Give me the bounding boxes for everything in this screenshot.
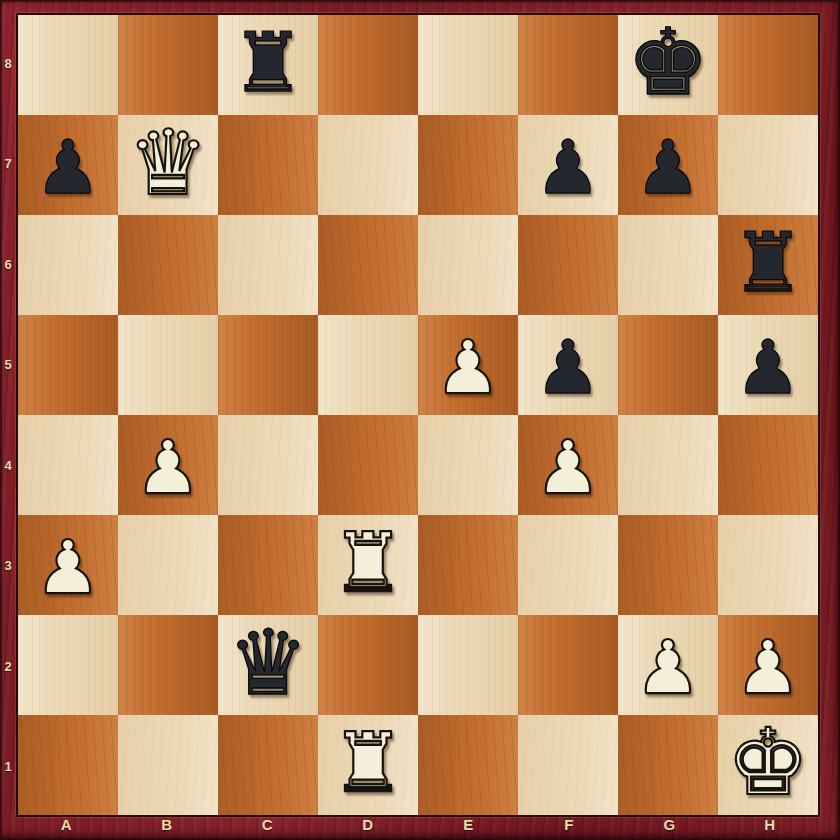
square-e6[interactable] [418, 215, 518, 315]
square-e8[interactable] [418, 15, 518, 115]
square-f2[interactable] [518, 615, 618, 715]
chess-board-frame: 87654321 ABCDEFGH ♜♚♟♛♟♟♜♟♟♟♟♟♟♜♛♟♟♜♚ [0, 0, 840, 840]
square-d4[interactable] [318, 415, 418, 515]
square-f4[interactable]: ♟ [518, 415, 618, 515]
square-c2[interactable]: ♛ [218, 615, 318, 715]
square-c8[interactable]: ♜ [218, 15, 318, 115]
square-f3[interactable] [518, 515, 618, 615]
piece-white-pawn-e5[interactable]: ♟ [435, 330, 501, 404]
square-a8[interactable] [18, 15, 118, 115]
rank-labels: 87654321 [0, 13, 16, 817]
square-b8[interactable] [118, 15, 218, 115]
piece-black-king-g8[interactable]: ♚ [627, 17, 709, 109]
square-h4[interactable] [718, 415, 818, 515]
square-d1[interactable]: ♜ [318, 715, 418, 815]
square-d2[interactable] [318, 615, 418, 715]
square-b7[interactable]: ♛ [118, 115, 218, 215]
square-c3[interactable] [218, 515, 318, 615]
piece-white-queen-b7[interactable]: ♛ [128, 118, 209, 208]
square-f6[interactable] [518, 215, 618, 315]
square-h6[interactable]: ♜ [718, 215, 818, 315]
square-e4[interactable] [418, 415, 518, 515]
rank-label-6: 6 [0, 214, 16, 315]
square-c6[interactable] [218, 215, 318, 315]
piece-white-pawn-f4[interactable]: ♟ [535, 430, 601, 504]
square-h7[interactable] [718, 115, 818, 215]
square-d8[interactable] [318, 15, 418, 115]
square-h1[interactable]: ♚ [718, 715, 818, 815]
piece-white-rook-d3[interactable]: ♜ [331, 522, 405, 604]
piece-white-pawn-h2[interactable]: ♟ [735, 630, 801, 704]
square-h3[interactable] [718, 515, 818, 615]
file-labels: ABCDEFGH [16, 816, 820, 834]
file-label-a: A [16, 816, 117, 834]
square-e1[interactable] [418, 715, 518, 815]
square-a5[interactable] [18, 315, 118, 415]
chess-board: ♜♚♟♛♟♟♜♟♟♟♟♟♟♜♛♟♟♜♚ [16, 13, 820, 817]
rank-label-4: 4 [0, 415, 16, 516]
file-label-h: H [720, 816, 821, 834]
square-h8[interactable] [718, 15, 818, 115]
square-a1[interactable] [18, 715, 118, 815]
square-g4[interactable] [618, 415, 718, 515]
square-g8[interactable]: ♚ [618, 15, 718, 115]
piece-white-king-h1[interactable]: ♚ [727, 717, 809, 809]
square-f7[interactable]: ♟ [518, 115, 618, 215]
square-e3[interactable] [418, 515, 518, 615]
file-label-c: C [217, 816, 318, 834]
square-f5[interactable]: ♟ [518, 315, 618, 415]
square-f1[interactable] [518, 715, 618, 815]
square-a4[interactable] [18, 415, 118, 515]
piece-black-rook-h6[interactable]: ♜ [731, 222, 805, 304]
piece-white-rook-d1[interactable]: ♜ [331, 722, 405, 804]
piece-black-pawn-f7[interactable]: ♟ [535, 130, 601, 204]
square-d6[interactable] [318, 215, 418, 315]
rank-label-3: 3 [0, 516, 16, 617]
square-e5[interactable]: ♟ [418, 315, 518, 415]
file-label-e: E [418, 816, 519, 834]
square-b1[interactable] [118, 715, 218, 815]
rank-label-7: 7 [0, 114, 16, 215]
square-c5[interactable] [218, 315, 318, 415]
rank-label-2: 2 [0, 616, 16, 717]
piece-black-queen-c2[interactable]: ♛ [228, 618, 309, 708]
rank-label-8: 8 [0, 13, 16, 114]
square-g6[interactable] [618, 215, 718, 315]
square-d5[interactable] [318, 315, 418, 415]
piece-white-pawn-a3[interactable]: ♟ [35, 530, 101, 604]
rank-label-1: 1 [0, 717, 16, 818]
square-h2[interactable]: ♟ [718, 615, 818, 715]
square-b4[interactable]: ♟ [118, 415, 218, 515]
square-a2[interactable] [18, 615, 118, 715]
piece-white-pawn-b4[interactable]: ♟ [135, 430, 201, 504]
file-label-g: G [619, 816, 720, 834]
square-c7[interactable] [218, 115, 318, 215]
square-b3[interactable] [118, 515, 218, 615]
piece-black-pawn-g7[interactable]: ♟ [635, 130, 701, 204]
square-c4[interactable] [218, 415, 318, 515]
file-label-b: B [117, 816, 218, 834]
piece-black-rook-c8[interactable]: ♜ [231, 22, 305, 104]
file-label-d: D [318, 816, 419, 834]
square-d3[interactable]: ♜ [318, 515, 418, 615]
square-a7[interactable]: ♟ [18, 115, 118, 215]
file-label-f: F [519, 816, 620, 834]
piece-black-pawn-h5[interactable]: ♟ [735, 330, 801, 404]
square-g5[interactable] [618, 315, 718, 415]
square-e7[interactable] [418, 115, 518, 215]
piece-black-pawn-f5[interactable]: ♟ [535, 330, 601, 404]
square-b6[interactable] [118, 215, 218, 315]
square-f8[interactable] [518, 15, 618, 115]
square-a6[interactable] [18, 215, 118, 315]
square-h5[interactable]: ♟ [718, 315, 818, 415]
piece-white-pawn-g2[interactable]: ♟ [635, 630, 701, 704]
square-g7[interactable]: ♟ [618, 115, 718, 215]
square-g3[interactable] [618, 515, 718, 615]
square-g1[interactable] [618, 715, 718, 815]
rank-label-5: 5 [0, 315, 16, 416]
square-e2[interactable] [418, 615, 518, 715]
square-g2[interactable]: ♟ [618, 615, 718, 715]
piece-black-pawn-a7[interactable]: ♟ [35, 130, 101, 204]
square-b5[interactable] [118, 315, 218, 415]
square-c1[interactable] [218, 715, 318, 815]
square-a3[interactable]: ♟ [18, 515, 118, 615]
square-b2[interactable] [118, 615, 218, 715]
square-d7[interactable] [318, 115, 418, 215]
